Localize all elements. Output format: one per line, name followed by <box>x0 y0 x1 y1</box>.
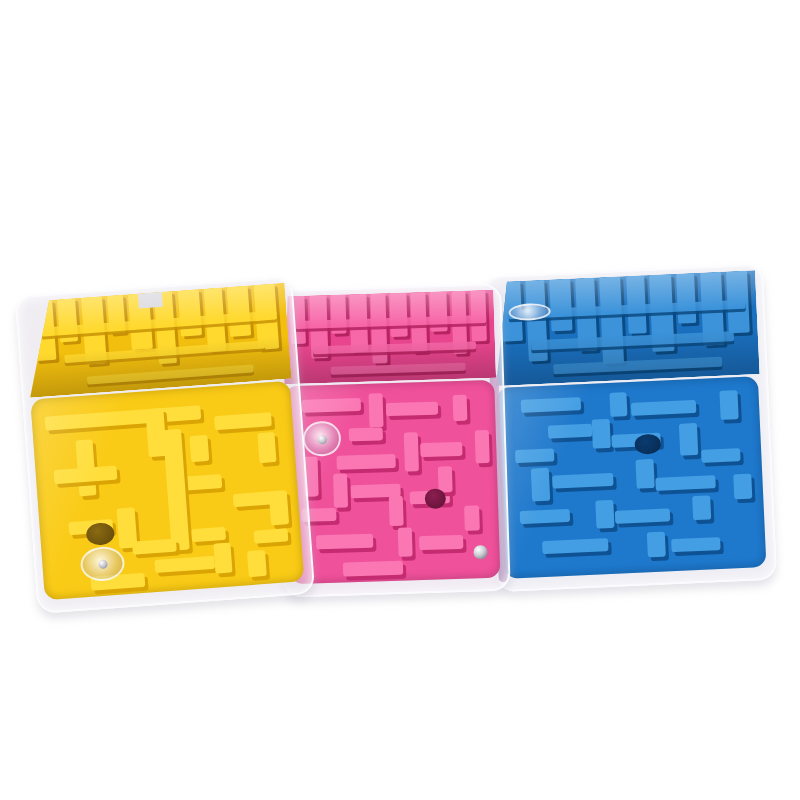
maze-wall-top <box>726 271 750 334</box>
cube-front-face <box>496 376 766 579</box>
cube-front-face <box>30 381 304 601</box>
maze-wall-top <box>411 292 428 352</box>
maze-wall-front <box>515 448 555 463</box>
maze-wall-top <box>470 290 486 341</box>
maze-wall-top <box>549 279 572 332</box>
maze-wall-top-cross <box>330 363 466 375</box>
maze-wall-front <box>398 527 413 557</box>
maze-wall-front <box>552 473 613 489</box>
maze-wall-front <box>333 474 348 508</box>
maze-wall-top <box>349 294 368 353</box>
maze-wall-top <box>430 291 448 332</box>
maze-wall-front <box>254 528 289 544</box>
maze-wall-top <box>370 293 387 364</box>
maze-wall-top-cross <box>553 357 722 374</box>
maze-wall-front <box>596 499 615 528</box>
maze-wall-top <box>700 272 724 346</box>
maze-wall-front <box>719 390 738 419</box>
maze-wall-front <box>337 454 396 469</box>
maze-wall-front <box>54 466 117 484</box>
maze-wall-front <box>453 394 468 420</box>
ball-funnel <box>302 420 341 457</box>
maze-wall-front <box>542 538 608 554</box>
maze-wall-top <box>154 291 178 364</box>
maze-wall-front <box>179 474 221 491</box>
maze-wall-front <box>269 490 289 525</box>
maze-wall-top <box>676 273 697 324</box>
maze-wall-front <box>213 542 233 573</box>
maze-wall-top-cross <box>295 315 486 329</box>
maze-wall-top <box>451 291 468 355</box>
maze-wall-front <box>464 505 479 531</box>
maze-wall-top <box>309 295 328 359</box>
maze-wall-front <box>592 419 611 448</box>
maze-wall-front <box>679 423 698 456</box>
maze-wall-top <box>177 289 201 336</box>
maze-wall-front <box>630 400 696 416</box>
maze-cube-yellow <box>15 276 316 614</box>
maze-wall-top <box>253 284 279 351</box>
maze-wall-front <box>609 392 628 418</box>
maze-wall-front <box>520 509 570 524</box>
maze-wall-front <box>438 466 453 492</box>
maze-wall-front <box>247 550 267 577</box>
maze-wall-front <box>692 495 711 521</box>
maze-wall-front <box>132 538 177 555</box>
maze-wall-top <box>526 280 548 362</box>
maze-wall-front <box>520 398 581 414</box>
maze-wall-top-cross <box>64 340 266 363</box>
maze-wall-front <box>369 393 384 427</box>
maze-wall-front <box>389 496 404 526</box>
maze-wall-top-cross <box>86 364 254 385</box>
maze-wall-front <box>403 432 419 472</box>
cube-top-face <box>491 270 759 386</box>
maze-exit-hole <box>635 434 662 454</box>
maze-wall-top <box>599 276 624 364</box>
maze-wall-front <box>636 459 655 488</box>
steel-ball <box>98 560 108 570</box>
maze-wall-front <box>154 556 215 574</box>
cube-top-face <box>281 290 496 385</box>
steel-ball <box>317 435 326 444</box>
maze-wall-front <box>386 401 439 416</box>
maze-wall-top <box>330 294 346 333</box>
maze-wall-front <box>257 432 277 463</box>
maze-exit-hole <box>424 488 446 508</box>
maze-wall-top <box>626 275 647 334</box>
maze-wall-front <box>214 412 272 430</box>
maze-wall-top <box>107 295 125 334</box>
maze-wall-front <box>548 424 593 439</box>
maze-wall-top <box>57 298 78 342</box>
ball-funnel <box>508 302 551 321</box>
maze-wall-front <box>301 398 360 413</box>
maze-wall-front <box>419 535 463 550</box>
maze-wall-top <box>649 274 674 352</box>
maze-wall-top <box>576 277 598 351</box>
maze-wall-front <box>475 429 490 463</box>
maze-wall-top <box>203 287 226 352</box>
maze-wall-front <box>189 435 209 462</box>
maze-wall-front <box>420 442 462 457</box>
maze-wall-top <box>389 292 407 337</box>
maze-wall-top <box>81 296 107 365</box>
maze-wall-front <box>614 508 670 523</box>
maze-wall-top-cross <box>531 331 735 350</box>
cube-top-face <box>23 283 291 398</box>
maze-wall-front <box>733 474 752 500</box>
maze-cube-blue <box>483 264 777 592</box>
maze-wall-front <box>349 427 383 442</box>
maze-wall-front <box>316 534 373 549</box>
product-photo-maze-cubes <box>0 0 800 800</box>
shell-notch <box>138 292 163 309</box>
maze-wall-front <box>655 476 716 492</box>
maze-wall-front <box>701 448 741 463</box>
maze-wall-front <box>531 468 550 501</box>
steel-ball <box>473 545 488 559</box>
maze-wall-top-cross <box>313 341 476 354</box>
maze-wall-top-cross <box>508 300 746 320</box>
cube-front-face <box>284 380 500 584</box>
maze-wall-front <box>191 527 226 543</box>
maze-wall-front <box>647 531 666 557</box>
maze-wall-top <box>128 293 153 350</box>
maze-wall-front <box>671 537 721 552</box>
maze-wall-top-cross <box>41 310 277 336</box>
maze-wall-front <box>45 405 202 430</box>
maze-wall-front <box>342 561 403 576</box>
maze-wall-top <box>227 286 252 337</box>
